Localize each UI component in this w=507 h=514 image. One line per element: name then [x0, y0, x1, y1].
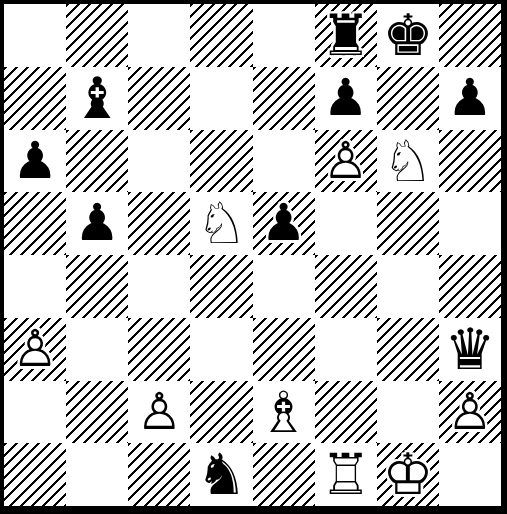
square-d4[interactable]: [190, 255, 252, 318]
black-pawn-icon: ♟: [315, 67, 377, 130]
black-pawn-h7: ♟: [439, 67, 501, 130]
square-d5[interactable]: ♞♘: [190, 192, 252, 255]
square-f4[interactable]: [315, 255, 377, 318]
square-e4[interactable]: [253, 255, 315, 318]
black-pawn-f7: ♟: [315, 67, 377, 130]
square-e3[interactable]: [253, 318, 315, 381]
square-c4[interactable]: [128, 255, 190, 318]
black-rook-f8: ♜: [315, 4, 377, 67]
white-knight-g6: ♞♘: [377, 130, 439, 193]
square-g5[interactable]: [377, 192, 439, 255]
square-c2[interactable]: ♟♙: [128, 381, 190, 444]
black-queen-icon: ♛: [439, 318, 501, 381]
black-pawn-e5: ♟: [253, 192, 315, 255]
white-king-g1: ♚♔: [377, 443, 439, 506]
white-pawn-outline-icon: ♙: [439, 381, 501, 444]
square-g3[interactable]: [377, 318, 439, 381]
square-e6[interactable]: [253, 130, 315, 193]
square-d3[interactable]: [190, 318, 252, 381]
white-pawn-c2: ♟♙: [128, 381, 190, 444]
square-h7[interactable]: ♟: [439, 67, 501, 130]
white-rook-f1: ♜♖: [315, 443, 377, 506]
square-f2[interactable]: [315, 381, 377, 444]
square-b7[interactable]: ♝: [66, 67, 128, 130]
white-pawn-a3: ♟♙: [4, 318, 66, 381]
square-d8[interactable]: [190, 4, 252, 67]
square-g7[interactable]: [377, 67, 439, 130]
white-rook-outline-icon: ♖: [315, 443, 377, 506]
square-a4[interactable]: [4, 255, 66, 318]
black-bishop-b7: ♝: [66, 67, 128, 130]
white-pawn-outline-icon: ♙: [4, 318, 66, 381]
white-pawn-outline-icon: ♙: [315, 130, 377, 193]
square-g2[interactable]: [377, 381, 439, 444]
white-pawn-h2: ♟♙: [439, 381, 501, 444]
white-knight-outline-icon: ♘: [190, 192, 252, 255]
chess-board: ♜♚♝♟♟♟♟♙♞♘♟♞♘♟♟♙♛♟♙♝♗♟♙♞♜♖♚♔: [4, 4, 501, 506]
square-h4[interactable]: [439, 255, 501, 318]
black-pawn-icon: ♟: [4, 130, 66, 193]
square-h3[interactable]: ♛: [439, 318, 501, 381]
square-d2[interactable]: [190, 381, 252, 444]
square-g1[interactable]: ♚♔: [377, 443, 439, 506]
square-f7[interactable]: ♟: [315, 67, 377, 130]
black-king-g8: ♚: [377, 4, 439, 67]
square-a6[interactable]: ♟: [4, 130, 66, 193]
black-rook-icon: ♜: [315, 4, 377, 67]
black-queen-h3: ♛: [439, 318, 501, 381]
square-e1[interactable]: [253, 443, 315, 506]
square-a7[interactable]: [4, 67, 66, 130]
square-c7[interactable]: [128, 67, 190, 130]
square-d1[interactable]: ♞: [190, 443, 252, 506]
square-b3[interactable]: [66, 318, 128, 381]
square-h5[interactable]: [439, 192, 501, 255]
square-f8[interactable]: ♜: [315, 4, 377, 67]
black-pawn-icon: ♟: [439, 67, 501, 130]
square-a2[interactable]: [4, 381, 66, 444]
square-b4[interactable]: [66, 255, 128, 318]
square-g6[interactable]: ♞♘: [377, 130, 439, 193]
black-pawn-icon: ♟: [66, 192, 128, 255]
square-d6[interactable]: [190, 130, 252, 193]
square-h8[interactable]: [439, 4, 501, 67]
square-a5[interactable]: [4, 192, 66, 255]
square-a1[interactable]: [4, 443, 66, 506]
square-e2[interactable]: ♝♗: [253, 381, 315, 444]
black-pawn-icon: ♟: [253, 192, 315, 255]
square-h1[interactable]: [439, 443, 501, 506]
square-f1[interactable]: ♜♖: [315, 443, 377, 506]
square-g8[interactable]: ♚: [377, 4, 439, 67]
black-knight-d1: ♞: [190, 443, 252, 506]
square-h6[interactable]: [439, 130, 501, 193]
square-b2[interactable]: [66, 381, 128, 444]
square-a3[interactable]: ♟♙: [4, 318, 66, 381]
square-a8[interactable]: [4, 4, 66, 67]
square-e8[interactable]: [253, 4, 315, 67]
square-f6[interactable]: ♟♙: [315, 130, 377, 193]
square-c8[interactable]: [128, 4, 190, 67]
square-c3[interactable]: [128, 318, 190, 381]
white-bishop-outline-icon: ♗: [253, 381, 315, 444]
black-pawn-b5: ♟: [66, 192, 128, 255]
square-c6[interactable]: [128, 130, 190, 193]
white-pawn-outline-icon: ♙: [128, 381, 190, 444]
square-c1[interactable]: [128, 443, 190, 506]
square-b1[interactable]: [66, 443, 128, 506]
square-g4[interactable]: [377, 255, 439, 318]
white-pawn-f6: ♟♙: [315, 130, 377, 193]
square-b6[interactable]: [66, 130, 128, 193]
black-bishop-icon: ♝: [66, 67, 128, 130]
white-knight-d5: ♞♘: [190, 192, 252, 255]
white-bishop-e2: ♝♗: [253, 381, 315, 444]
square-c5[interactable]: [128, 192, 190, 255]
square-d7[interactable]: [190, 67, 252, 130]
black-pawn-a6: ♟: [4, 130, 66, 193]
black-knight-icon: ♞: [190, 443, 252, 506]
black-king-icon: ♚: [377, 4, 439, 67]
square-b8[interactable]: [66, 4, 128, 67]
chess-diagram-frame: ♜♚♝♟♟♟♟♙♞♘♟♞♘♟♟♙♛♟♙♝♗♟♙♞♜♖♚♔: [0, 0, 507, 514]
square-f3[interactable]: [315, 318, 377, 381]
square-e7[interactable]: [253, 67, 315, 130]
square-h2[interactable]: ♟♙: [439, 381, 501, 444]
square-e5[interactable]: ♟: [253, 192, 315, 255]
white-knight-outline-icon: ♘: [377, 130, 439, 193]
square-b5[interactable]: ♟: [66, 192, 128, 255]
square-f5[interactable]: [315, 192, 377, 255]
white-king-outline-icon: ♔: [377, 443, 439, 506]
